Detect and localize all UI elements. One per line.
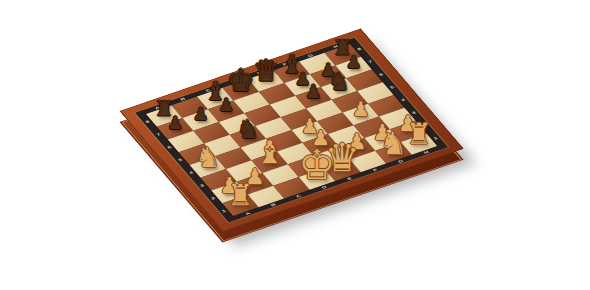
black-pawn-f6[interactable]: ♟ (305, 82, 322, 101)
black-pawn-c7[interactable]: ♟ (218, 97, 234, 115)
white-king-d1[interactable]: ♚ (298, 145, 335, 186)
black-queen-e8[interactable]: ♛ (253, 56, 280, 86)
white-pawn-g4[interactable]: ♟ (352, 98, 370, 118)
white-rook-h1[interactable]: ♜ (406, 120, 432, 149)
white-knight-g1[interactable]: ♞ (379, 127, 407, 158)
black-knight-g6[interactable]: ♞ (328, 69, 350, 94)
white-knight-a4[interactable]: ♞ (195, 144, 220, 172)
product-photo-scene: ABCDEFGH ABCDEFGH 12345678 12345678 ♜♟♝♟… (0, 0, 590, 290)
black-king-d8[interactable]: ♚ (227, 64, 255, 95)
black-pawn-b7[interactable]: ♟ (193, 105, 209, 123)
white-rook-a1[interactable]: ♜ (227, 182, 253, 211)
black-pawn-a7[interactable]: ♟ (167, 114, 183, 132)
